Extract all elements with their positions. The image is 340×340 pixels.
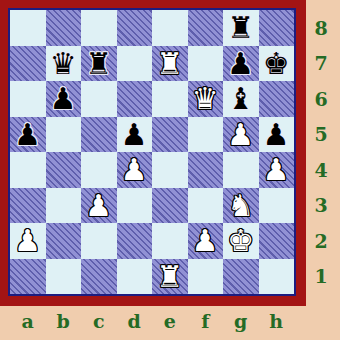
square-c6[interactable] (81, 81, 117, 117)
chess-board: ♜♛♜♜♟♚♟♛♝♟♟♟♟♟♟♟♞♟♟♚♜ (10, 10, 294, 294)
square-b1[interactable] (46, 259, 82, 295)
file-label-e: e (152, 305, 188, 337)
square-a7[interactable] (10, 46, 46, 82)
square-f1[interactable] (188, 259, 224, 295)
square-g6[interactable]: ♝ (223, 81, 259, 117)
square-g4[interactable] (223, 152, 259, 188)
square-e3[interactable] (152, 188, 188, 224)
rank-label-8: 8 (305, 10, 337, 46)
piece-white-pawn[interactable]: ♟ (263, 152, 290, 187)
square-c5[interactable] (81, 117, 117, 153)
square-e8[interactable] (152, 10, 188, 46)
square-c4[interactable] (81, 152, 117, 188)
square-b5[interactable] (46, 117, 82, 153)
square-e7[interactable]: ♜ (152, 46, 188, 82)
square-b3[interactable] (46, 188, 82, 224)
square-h2[interactable] (259, 223, 295, 259)
piece-white-pawn[interactable]: ♟ (85, 188, 112, 223)
square-a3[interactable] (10, 188, 46, 224)
square-f8[interactable] (188, 10, 224, 46)
piece-black-pawn[interactable]: ♟ (50, 81, 77, 116)
rank-label-1: 1 (305, 259, 337, 295)
square-g8[interactable]: ♜ (223, 10, 259, 46)
square-d6[interactable] (117, 81, 153, 117)
square-e6[interactable] (152, 81, 188, 117)
square-f7[interactable] (188, 46, 224, 82)
rank-label-3: 3 (305, 188, 337, 224)
file-label-g: g (223, 305, 259, 337)
square-d7[interactable] (117, 46, 153, 82)
square-b6[interactable]: ♟ (46, 81, 82, 117)
square-c2[interactable] (81, 223, 117, 259)
file-label-f: f (188, 305, 224, 337)
square-h3[interactable] (259, 188, 295, 224)
rank-label-2: 2 (305, 223, 337, 259)
square-e5[interactable] (152, 117, 188, 153)
piece-white-pawn[interactable]: ♟ (121, 152, 148, 187)
square-d3[interactable] (117, 188, 153, 224)
square-g1[interactable] (223, 259, 259, 295)
square-a2[interactable]: ♟ (10, 223, 46, 259)
square-h6[interactable] (259, 81, 295, 117)
square-d1[interactable] (117, 259, 153, 295)
square-d8[interactable] (117, 10, 153, 46)
piece-white-king[interactable]: ♚ (227, 223, 254, 258)
square-f6[interactable]: ♛ (188, 81, 224, 117)
square-a5[interactable]: ♟ (10, 117, 46, 153)
rank-label-4: 4 (305, 152, 337, 188)
rank-coordinates: 87654321 (305, 10, 337, 294)
square-f3[interactable] (188, 188, 224, 224)
square-g7[interactable]: ♟ (223, 46, 259, 82)
piece-white-pawn[interactable]: ♟ (192, 223, 219, 258)
board-border: ♜♛♜♜♟♚♟♛♝♟♟♟♟♟♟♟♞♟♟♚♜ (8, 8, 296, 296)
file-label-h: h (259, 305, 295, 337)
piece-white-queen[interactable]: ♛ (192, 81, 219, 116)
piece-white-pawn[interactable]: ♟ (14, 223, 41, 258)
square-c1[interactable] (81, 259, 117, 295)
rank-label-6: 6 (305, 81, 337, 117)
square-h1[interactable] (259, 259, 295, 295)
square-a4[interactable] (10, 152, 46, 188)
square-a1[interactable] (10, 259, 46, 295)
rank-label-5: 5 (305, 117, 337, 153)
square-a6[interactable] (10, 81, 46, 117)
piece-white-rook[interactable]: ♜ (156, 46, 183, 81)
square-c3[interactable]: ♟ (81, 188, 117, 224)
square-h8[interactable] (259, 10, 295, 46)
piece-black-pawn[interactable]: ♟ (121, 117, 148, 152)
rank-label-7: 7 (305, 46, 337, 82)
file-label-a: a (10, 305, 46, 337)
piece-black-king[interactable]: ♚ (263, 46, 290, 81)
piece-white-rook[interactable]: ♜ (156, 259, 183, 294)
square-f4[interactable] (188, 152, 224, 188)
square-a8[interactable] (10, 10, 46, 46)
piece-black-queen[interactable]: ♛ (50, 46, 77, 81)
file-label-b: b (46, 305, 82, 337)
square-f5[interactable] (188, 117, 224, 153)
file-coordinates: abcdefgh (10, 305, 294, 337)
square-c7[interactable]: ♜ (81, 46, 117, 82)
square-h7[interactable]: ♚ (259, 46, 295, 82)
square-b2[interactable] (46, 223, 82, 259)
piece-black-rook[interactable]: ♜ (227, 10, 254, 45)
square-h4[interactable]: ♟ (259, 152, 295, 188)
square-e1[interactable]: ♜ (152, 259, 188, 295)
square-d5[interactable]: ♟ (117, 117, 153, 153)
square-c8[interactable] (81, 10, 117, 46)
square-b4[interactable] (46, 152, 82, 188)
square-e2[interactable] (152, 223, 188, 259)
square-b8[interactable] (46, 10, 82, 46)
file-label-c: c (81, 305, 117, 337)
piece-black-pawn[interactable]: ♟ (227, 46, 254, 81)
square-f2[interactable]: ♟ (188, 223, 224, 259)
piece-white-pawn[interactable]: ♟ (227, 117, 254, 152)
piece-white-knight[interactable]: ♞ (227, 188, 254, 223)
square-g3[interactable]: ♞ (223, 188, 259, 224)
square-g5[interactable]: ♟ (223, 117, 259, 153)
square-b7[interactable]: ♛ (46, 46, 82, 82)
chess-diagram: ♜♛♜♜♟♚♟♛♝♟♟♟♟♟♟♟♞♟♟♚♜ abcdefgh 87654321 (0, 0, 340, 340)
square-d2[interactable] (117, 223, 153, 259)
square-h5[interactable]: ♟ (259, 117, 295, 153)
square-d4[interactable]: ♟ (117, 152, 153, 188)
square-g2[interactable]: ♚ (223, 223, 259, 259)
piece-black-bishop[interactable]: ♝ (227, 81, 254, 116)
square-e4[interactable] (152, 152, 188, 188)
piece-black-pawn[interactable]: ♟ (263, 117, 290, 152)
piece-black-pawn[interactable]: ♟ (14, 117, 41, 152)
file-label-d: d (117, 305, 153, 337)
piece-black-rook[interactable]: ♜ (85, 46, 112, 81)
